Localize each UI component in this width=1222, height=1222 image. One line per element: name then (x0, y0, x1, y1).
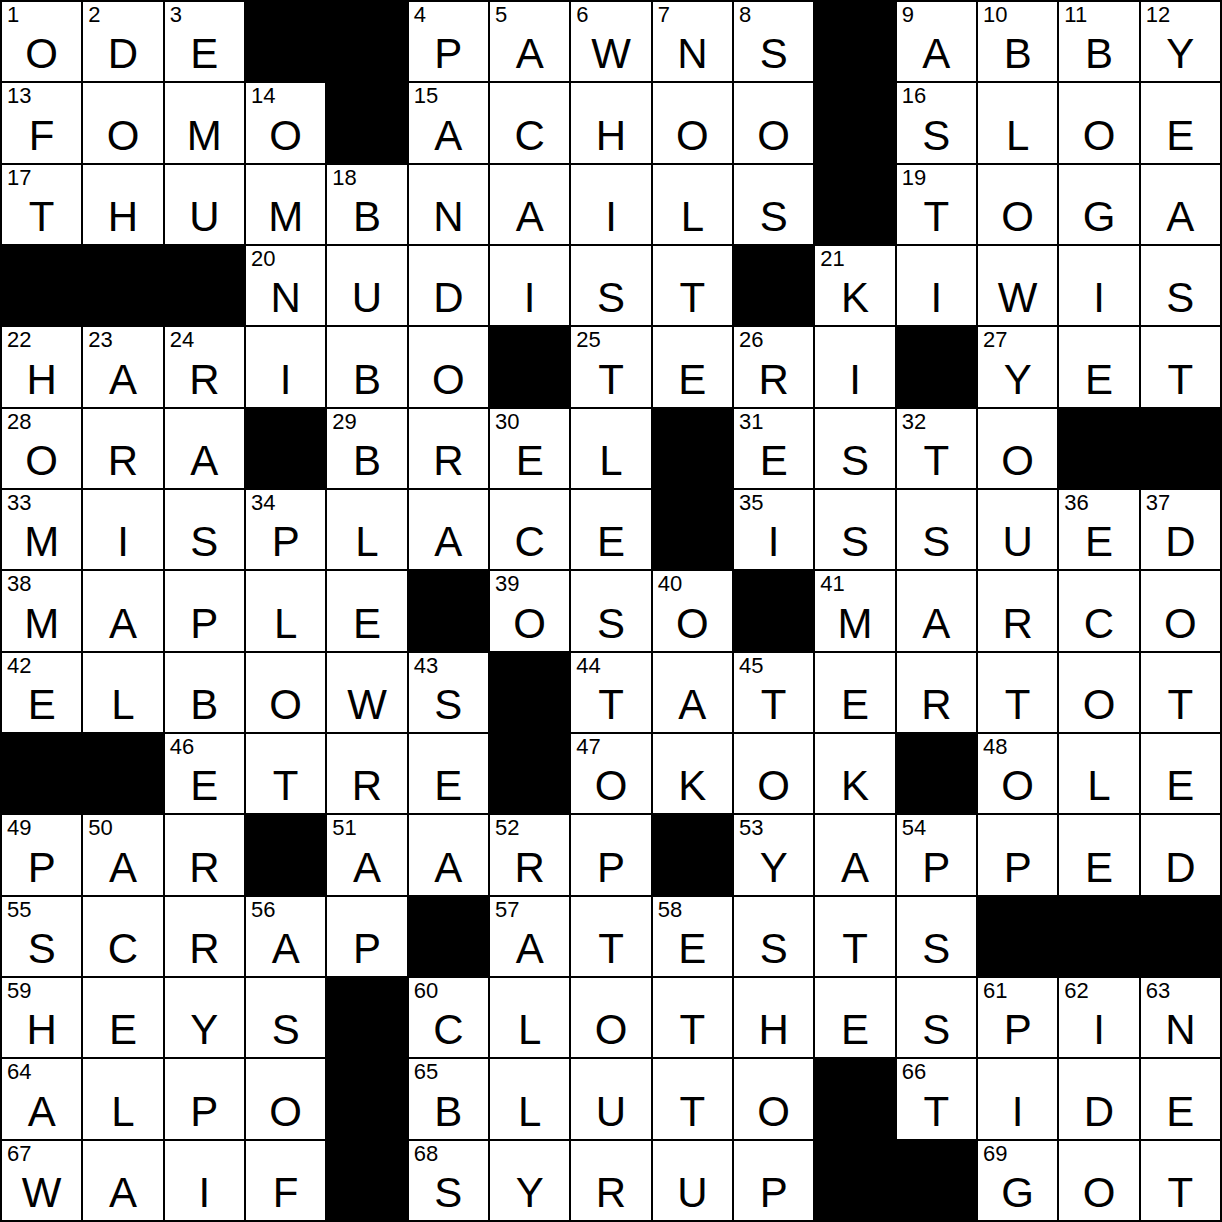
cell-r8c3[interactable]: P (165, 571, 244, 650)
cell-r6c10[interactable]: 31E (734, 409, 813, 488)
cell-r6c13[interactable]: O (978, 409, 1057, 488)
cell-r9c9[interactable]: A (653, 653, 732, 732)
cell-r9c14[interactable]: O (1059, 653, 1138, 732)
cell-r5c5[interactable]: B (327, 327, 406, 406)
cell-r6c3[interactable]: A (165, 409, 244, 488)
cell-r12c1[interactable]: 55S (2, 897, 81, 976)
cell-r7c5[interactable]: L (327, 490, 406, 569)
cell-letter: A (2, 1091, 81, 1133)
cell-r5c10[interactable]: 26R (734, 327, 813, 406)
cell-r6c6[interactable]: R (409, 409, 488, 488)
cell-r4c11[interactable]: 21K (815, 246, 894, 325)
cell-r7c14[interactable]: 36E (1059, 490, 1138, 569)
cell-r13c11[interactable]: E (815, 978, 894, 1057)
cell-letter: S (897, 521, 976, 563)
cell-letter: B (327, 359, 406, 401)
cell-r13c13[interactable]: 61P (978, 978, 1057, 1057)
cell-r12c3[interactable]: R (165, 897, 244, 976)
cell-r13c2[interactable]: E (83, 978, 162, 1057)
black-cell-r15c12 (897, 1141, 976, 1220)
cell-letter: T (1141, 1172, 1220, 1214)
cell-r11c11[interactable]: A (815, 815, 894, 894)
clue-number: 3 (170, 3, 182, 27)
cell-r9c5[interactable]: W (327, 653, 406, 732)
cell-r2c13[interactable]: L (978, 83, 1057, 162)
clue-number: 28 (7, 410, 31, 434)
cell-letter: E (490, 440, 569, 482)
cell-r11c8[interactable]: P (571, 815, 650, 894)
cell-r2c12[interactable]: 16S (897, 83, 976, 162)
cell-r10c14[interactable]: L (1059, 734, 1138, 813)
cell-r1c13[interactable]: 10B (978, 2, 1057, 81)
cell-r7c15[interactable]: 37D (1141, 490, 1220, 569)
cell-letter: N (653, 33, 732, 75)
cell-r4c5[interactable]: U (327, 246, 406, 325)
cell-letter: E (1141, 765, 1220, 807)
cell-letter: A (246, 928, 325, 970)
cell-r13c8[interactable]: O (571, 978, 650, 1057)
cell-letter: O (653, 115, 732, 157)
cell-letter: S (2, 928, 81, 970)
cell-r14c4[interactable]: O (246, 1059, 325, 1138)
cell-letter: A (83, 359, 162, 401)
clue-number: 41 (820, 572, 844, 596)
clue-number: 63 (1146, 979, 1170, 1003)
cell-r11c1[interactable]: 49P (2, 815, 81, 894)
clue-number: 49 (7, 816, 31, 840)
black-cell-r4c3 (165, 246, 244, 325)
cell-r12c8[interactable]: T (571, 897, 650, 976)
cell-letter: C (409, 1009, 488, 1051)
cell-r11c6[interactable]: A (409, 815, 488, 894)
cell-letter: L (83, 1091, 162, 1133)
cell-r9c2[interactable]: L (83, 653, 162, 732)
clue-number: 9 (902, 3, 914, 27)
cell-r10c6[interactable]: E (409, 734, 488, 813)
cell-r4c4[interactable]: 20N (246, 246, 325, 325)
cell-r3c15[interactable]: A (1141, 165, 1220, 244)
clue-number: 32 (902, 410, 926, 434)
cell-r2c9[interactable]: O (653, 83, 732, 162)
cell-r14c6[interactable]: 65B (409, 1059, 488, 1138)
cell-r14c3[interactable]: P (165, 1059, 244, 1138)
cell-r1c6[interactable]: 4P (409, 2, 488, 81)
cell-r5c2[interactable]: 23A (83, 327, 162, 406)
clue-number: 16 (902, 84, 926, 108)
cell-letter: H (571, 115, 650, 157)
black-cell-r5c7 (490, 327, 569, 406)
cell-r3c9[interactable]: L (653, 165, 732, 244)
cell-r1c9[interactable]: 7N (653, 2, 732, 81)
clue-number: 5 (495, 3, 507, 27)
cell-r11c3[interactable]: R (165, 815, 244, 894)
cell-letter: T (1141, 684, 1220, 726)
cell-r1c2[interactable]: 2D (83, 2, 162, 81)
cell-r15c10[interactable]: P (734, 1141, 813, 1220)
cell-letter: A (1141, 196, 1220, 238)
cell-letter: F (2, 115, 81, 157)
cell-r15c8[interactable]: R (571, 1141, 650, 1220)
cell-r12c2[interactable]: C (83, 897, 162, 976)
cell-r10c5[interactable]: R (327, 734, 406, 813)
clue-number: 35 (739, 491, 763, 515)
cell-r6c12[interactable]: 32T (897, 409, 976, 488)
cell-r1c12[interactable]: 9A (897, 2, 976, 81)
cell-r1c1[interactable]: 1O (2, 2, 81, 81)
cell-r11c15[interactable]: D (1141, 815, 1220, 894)
cell-r5c6[interactable]: O (409, 327, 488, 406)
cell-r15c4[interactable]: F (246, 1141, 325, 1220)
cell-r2c7[interactable]: C (490, 83, 569, 162)
cell-r14c8[interactable]: U (571, 1059, 650, 1138)
cell-r14c10[interactable]: O (734, 1059, 813, 1138)
clue-number: 26 (739, 328, 763, 352)
cell-letter: N (409, 196, 488, 238)
clue-number: 13 (7, 84, 31, 108)
cell-r5c13[interactable]: 27Y (978, 327, 1057, 406)
cell-r8c2[interactable]: A (83, 571, 162, 650)
cell-r10c8[interactable]: 47O (571, 734, 650, 813)
cell-r15c3[interactable]: I (165, 1141, 244, 1220)
cell-letter: C (1059, 603, 1138, 645)
cell-letter: A (815, 847, 894, 889)
cell-r2c6[interactable]: 15A (409, 83, 488, 162)
cell-r13c3[interactable]: Y (165, 978, 244, 1057)
cell-r3c2[interactable]: H (83, 165, 162, 244)
cell-r3c3[interactable]: U (165, 165, 244, 244)
cell-letter: M (815, 603, 894, 645)
cell-r11c13[interactable]: P (978, 815, 1057, 894)
cell-r13c14[interactable]: 62I (1059, 978, 1138, 1057)
cell-r14c14[interactable]: D (1059, 1059, 1138, 1138)
cell-r8c9[interactable]: 40O (653, 571, 732, 650)
cell-r6c11[interactable]: S (815, 409, 894, 488)
cell-r8c11[interactable]: 41M (815, 571, 894, 650)
cell-letter: R (734, 359, 813, 401)
cell-r3c7[interactable]: A (490, 165, 569, 244)
cell-r2c10[interactable]: O (734, 83, 813, 162)
cell-letter: O (1059, 684, 1138, 726)
cell-r6c5[interactable]: 29B (327, 409, 406, 488)
cell-r9c12[interactable]: R (897, 653, 976, 732)
cell-r2c1[interactable]: 13F (2, 83, 81, 162)
cell-r7c6[interactable]: A (409, 490, 488, 569)
cell-r15c9[interactable]: U (653, 1141, 732, 1220)
cell-r13c7[interactable]: L (490, 978, 569, 1057)
cell-r13c6[interactable]: 60C (409, 978, 488, 1057)
cell-letter: O (734, 1091, 813, 1133)
cell-letter: K (653, 765, 732, 807)
clue-number: 52 (495, 816, 519, 840)
cell-r5c1[interactable]: 22H (2, 327, 81, 406)
black-cell-r8c10 (734, 571, 813, 650)
cell-letter: D (1059, 1091, 1138, 1133)
cell-r12c4[interactable]: 56A (246, 897, 325, 976)
cell-letter: D (409, 277, 488, 319)
cell-r9c4[interactable]: O (246, 653, 325, 732)
cell-letter: I (815, 359, 894, 401)
cell-letter: R (83, 440, 162, 482)
cell-r3c8[interactable]: I (571, 165, 650, 244)
clue-number: 68 (414, 1142, 438, 1166)
cell-letter: T (246, 765, 325, 807)
cell-r3c1[interactable]: 17T (2, 165, 81, 244)
cell-letter: U (165, 196, 244, 238)
cell-r9c15[interactable]: T (1141, 653, 1220, 732)
cell-r15c13[interactable]: 69G (978, 1141, 1057, 1220)
cell-r9c13[interactable]: T (978, 653, 1057, 732)
cell-letter: A (83, 847, 162, 889)
black-cell-r6c14 (1059, 409, 1138, 488)
cell-letter: I (1059, 277, 1138, 319)
cell-r1c8[interactable]: 6W (571, 2, 650, 81)
cell-r8c13[interactable]: R (978, 571, 1057, 650)
cell-r3c6[interactable]: N (409, 165, 488, 244)
cell-r13c15[interactable]: 63N (1141, 978, 1220, 1057)
cell-r8c12[interactable]: A (897, 571, 976, 650)
cell-letter: T (571, 928, 650, 970)
cell-r1c3[interactable]: 3E (165, 2, 244, 81)
cell-letter: A (83, 603, 162, 645)
cell-letter: P (734, 1172, 813, 1214)
cell-r15c2[interactable]: A (83, 1141, 162, 1220)
cell-r12c7[interactable]: 57A (490, 897, 569, 976)
cell-r5c14[interactable]: E (1059, 327, 1138, 406)
cell-letter: T (653, 277, 732, 319)
cell-r8c5[interactable]: E (327, 571, 406, 650)
clue-number: 25 (576, 328, 600, 352)
clue-number: 23 (88, 328, 112, 352)
cell-r4c6[interactable]: D (409, 246, 488, 325)
cell-r7c13[interactable]: U (978, 490, 1057, 569)
cell-r1c15[interactable]: 12Y (1141, 2, 1220, 81)
cell-r4c8[interactable]: S (571, 246, 650, 325)
cell-r8c4[interactable]: L (246, 571, 325, 650)
cell-letter: O (409, 359, 488, 401)
cell-letter: Y (978, 359, 1057, 401)
cell-r4c15[interactable]: S (1141, 246, 1220, 325)
cell-r13c10[interactable]: H (734, 978, 813, 1057)
cell-letter: A (327, 847, 406, 889)
clue-number: 10 (983, 3, 1007, 27)
cell-r12c10[interactable]: S (734, 897, 813, 976)
cell-letter: P (165, 603, 244, 645)
cell-r2c8[interactable]: H (571, 83, 650, 162)
clue-number: 47 (576, 735, 600, 759)
cell-r2c2[interactable]: O (83, 83, 162, 162)
cell-letter: S (734, 196, 813, 238)
cell-r5c8[interactable]: 25T (571, 327, 650, 406)
cell-letter: E (1059, 359, 1138, 401)
cell-letter: O (734, 765, 813, 807)
cell-r10c9[interactable]: K (653, 734, 732, 813)
cell-r11c7[interactable]: 52R (490, 815, 569, 894)
cell-letter: P (409, 33, 488, 75)
cell-r9c8[interactable]: 44T (571, 653, 650, 732)
cell-letter: C (490, 521, 569, 563)
cell-r10c4[interactable]: T (246, 734, 325, 813)
cell-r8c7[interactable]: 39O (490, 571, 569, 650)
clue-number: 29 (332, 410, 356, 434)
cell-letter: E (734, 440, 813, 482)
cell-letter: O (571, 765, 650, 807)
cell-r3c4[interactable]: M (246, 165, 325, 244)
clue-number: 40 (658, 572, 682, 596)
cell-r11c14[interactable]: E (1059, 815, 1138, 894)
cell-r3c12[interactable]: 19T (897, 165, 976, 244)
clue-number: 15 (414, 84, 438, 108)
cell-r2c4[interactable]: 14O (246, 83, 325, 162)
cell-r2c14[interactable]: O (1059, 83, 1138, 162)
cell-r4c9[interactable]: T (653, 246, 732, 325)
cell-r3c14[interactable]: G (1059, 165, 1138, 244)
cell-letter: T (897, 440, 976, 482)
cell-r4c13[interactable]: W (978, 246, 1057, 325)
cell-letter: A (165, 440, 244, 482)
cell-r1c10[interactable]: 8S (734, 2, 813, 81)
cell-r7c7[interactable]: C (490, 490, 569, 569)
cell-letter: R (897, 684, 976, 726)
cell-r7c10[interactable]: 35I (734, 490, 813, 569)
cell-letter: L (1059, 765, 1138, 807)
cell-r6c2[interactable]: R (83, 409, 162, 488)
cell-r10c13[interactable]: 48O (978, 734, 1057, 813)
cell-r11c12[interactable]: 54P (897, 815, 976, 894)
cell-letter: P (897, 847, 976, 889)
cell-r9c11[interactable]: E (815, 653, 894, 732)
cell-r13c1[interactable]: 59H (2, 978, 81, 1057)
cell-r10c3[interactable]: 46E (165, 734, 244, 813)
clue-number: 11 (1064, 3, 1087, 27)
cell-r9c1[interactable]: 42E (2, 653, 81, 732)
cell-r10c11[interactable]: K (815, 734, 894, 813)
cell-r15c15[interactable]: T (1141, 1141, 1220, 1220)
cell-r10c10[interactable]: O (734, 734, 813, 813)
cell-r7c1[interactable]: 33M (2, 490, 81, 569)
cell-r3c10[interactable]: S (734, 165, 813, 244)
cell-letter: E (409, 765, 488, 807)
clue-number: 19 (902, 166, 926, 190)
black-cell-r1c11 (815, 2, 894, 81)
cell-r6c1[interactable]: 28O (2, 409, 81, 488)
cell-letter: M (246, 196, 325, 238)
cell-letter: S (409, 684, 488, 726)
cell-letter: A (409, 847, 488, 889)
black-cell-r10c2 (83, 734, 162, 813)
cell-r14c13[interactable]: I (978, 1059, 1057, 1138)
cell-r11c10[interactable]: 53Y (734, 815, 813, 894)
cell-r14c2[interactable]: L (83, 1059, 162, 1138)
cell-r12c5[interactable]: P (327, 897, 406, 976)
cell-r1c7[interactable]: 5A (490, 2, 569, 81)
cell-letter: A (83, 1172, 162, 1214)
cell-letter: D (83, 33, 162, 75)
black-cell-r12c6 (409, 897, 488, 976)
cell-r6c7[interactable]: 30E (490, 409, 569, 488)
cell-r3c13[interactable]: O (978, 165, 1057, 244)
cell-r4c14[interactable]: I (1059, 246, 1138, 325)
cell-r8c1[interactable]: 38M (2, 571, 81, 650)
cell-letter: T (734, 684, 813, 726)
cell-r6c8[interactable]: L (571, 409, 650, 488)
cell-letter: R (409, 440, 488, 482)
cell-r7c8[interactable]: E (571, 490, 650, 569)
cell-r13c4[interactable]: S (246, 978, 325, 1057)
cell-r12c12[interactable]: S (897, 897, 976, 976)
cell-letter: T (978, 684, 1057, 726)
cell-r7c11[interactable]: S (815, 490, 894, 569)
cell-letter: H (83, 196, 162, 238)
cell-r5c11[interactable]: I (815, 327, 894, 406)
cell-r9c6[interactable]: 43S (409, 653, 488, 732)
cell-r8c14[interactable]: C (1059, 571, 1138, 650)
cell-r8c8[interactable]: S (571, 571, 650, 650)
cell-letter: M (165, 115, 244, 157)
cell-r15c6[interactable]: 68S (409, 1141, 488, 1220)
cell-r5c4[interactable]: I (246, 327, 325, 406)
cell-r4c12[interactable]: I (897, 246, 976, 325)
cell-r2c15[interactable]: E (1141, 83, 1220, 162)
cell-r1c14[interactable]: 11B (1059, 2, 1138, 81)
cell-r15c14[interactable]: O (1059, 1141, 1138, 1220)
cell-letter: I (83, 521, 162, 563)
cell-r7c3[interactable]: S (165, 490, 244, 569)
cell-r11c2[interactable]: 50A (83, 815, 162, 894)
cell-r9c3[interactable]: B (165, 653, 244, 732)
cell-r11c5[interactable]: 51A (327, 815, 406, 894)
cell-r12c9[interactable]: 58E (653, 897, 732, 976)
cell-r15c1[interactable]: 67W (2, 1141, 81, 1220)
cell-r7c4[interactable]: 34P (246, 490, 325, 569)
cell-r13c9[interactable]: T (653, 978, 732, 1057)
cell-letter: B (978, 33, 1057, 75)
cell-r5c9[interactable]: E (653, 327, 732, 406)
cell-r7c2[interactable]: I (83, 490, 162, 569)
cell-letter: A (409, 115, 488, 157)
clue-number: 45 (739, 654, 763, 678)
cell-r4c7[interactable]: I (490, 246, 569, 325)
black-cell-r6c4 (246, 409, 325, 488)
cell-r14c1[interactable]: 64A (2, 1059, 81, 1138)
cell-r15c7[interactable]: Y (490, 1141, 569, 1220)
cell-r14c7[interactable]: L (490, 1059, 569, 1138)
cell-r14c12[interactable]: 66T (897, 1059, 976, 1138)
cell-r9c10[interactable]: 45T (734, 653, 813, 732)
cell-r7c12[interactable]: S (897, 490, 976, 569)
clue-number: 64 (7, 1060, 31, 1084)
crossword-grid: 1O2D3E4P5A6W7N8S9A10B11B12Y13FOM14O15ACH… (0, 0, 1222, 1222)
clue-number: 36 (1064, 491, 1088, 515)
cell-r12c11[interactable]: T (815, 897, 894, 976)
cell-letter: O (246, 1091, 325, 1133)
cell-letter: O (1141, 603, 1220, 645)
cell-letter: R (165, 847, 244, 889)
clue-number: 48 (983, 735, 1007, 759)
cell-r13c12[interactable]: S (897, 978, 976, 1057)
cell-r10c15[interactable]: E (1141, 734, 1220, 813)
cell-letter: E (165, 765, 244, 807)
cell-r5c3[interactable]: 24R (165, 327, 244, 406)
cell-r3c5[interactable]: 18B (327, 165, 406, 244)
cell-r5c15[interactable]: T (1141, 327, 1220, 406)
cell-r14c9[interactable]: T (653, 1059, 732, 1138)
clue-number: 24 (170, 328, 194, 352)
black-cell-r1c4 (246, 2, 325, 81)
cell-r2c3[interactable]: M (165, 83, 244, 162)
cell-letter: L (83, 684, 162, 726)
cell-r8c15[interactable]: O (1141, 571, 1220, 650)
cell-r14c15[interactable]: E (1141, 1059, 1220, 1138)
